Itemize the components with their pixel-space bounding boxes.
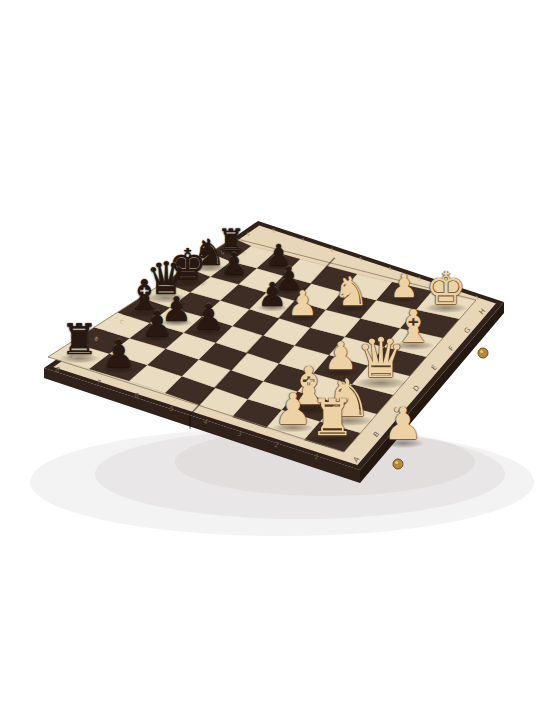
chessboard: 12345678ABCDEFGH1A2B3C4D5E6F7G8H: [0, 0, 540, 720]
brass-clasp-2: [478, 348, 488, 358]
brass-clasp-1: [393, 459, 403, 469]
chess-set-photo: 12345678ABCDEFGH1A2B3C4D5E6F7G8H ♜♟♞♟♚♟♛…: [0, 0, 540, 720]
